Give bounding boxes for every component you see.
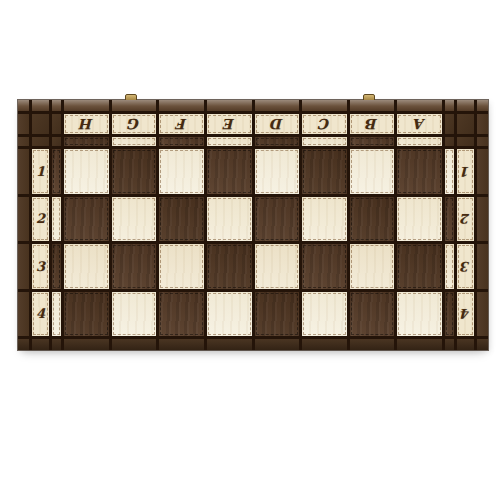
square-c2: [302, 197, 347, 242]
board-edge-cell: [477, 114, 488, 134]
file-label-d: D: [255, 114, 300, 134]
board-edge-cell: [255, 100, 300, 111]
rank-label-left-1: 1: [32, 149, 49, 194]
board-edge-cell: [477, 137, 488, 146]
coordinate-glyph: 4: [36, 307, 45, 320]
square-c1: [302, 149, 347, 194]
trim-cell: [52, 149, 61, 194]
board-edge-cell: [477, 339, 488, 350]
file-label-f: F: [159, 114, 204, 134]
board-edge-cell: [18, 339, 29, 350]
board-edge-cell: [18, 114, 29, 134]
board-edge-cell: [477, 197, 488, 242]
corner-lattice-cell: [52, 114, 61, 134]
corner-lattice-cell: [445, 114, 454, 134]
board-edge-cell: [397, 100, 442, 111]
square-g3: [112, 244, 157, 289]
photo-scene: HGFEDCBA11223344: [0, 0, 500, 500]
trim-cell: [445, 197, 454, 242]
square-f3: [159, 244, 204, 289]
board-edge-cell: [477, 292, 488, 337]
square-b3: [350, 244, 395, 289]
coordinate-glyph: 1: [461, 165, 470, 178]
square-b2: [350, 197, 395, 242]
square-c4: [302, 292, 347, 337]
square-b1: [350, 149, 395, 194]
trim-cell: [52, 244, 61, 289]
corner-lattice-cell: [457, 137, 474, 146]
square-a1: [397, 149, 442, 194]
trim-cell: [350, 137, 395, 146]
board-edge-cell: [18, 137, 29, 146]
file-label-a: A: [397, 114, 442, 134]
rank-label-right-4: 4: [457, 292, 474, 337]
trim-cell: [302, 137, 347, 146]
rank-label-right-1: 1: [457, 149, 474, 194]
square-d1: [255, 149, 300, 194]
coordinate-glyph: A: [414, 117, 425, 131]
board-edge-cell: [112, 100, 157, 111]
trim-cell: [397, 137, 442, 146]
board-edge-cell: [52, 339, 61, 350]
rank-label-left-2: 2: [32, 197, 49, 242]
square-a4: [397, 292, 442, 337]
corner-lattice-cell: [52, 137, 61, 146]
corner-lattice-cell: [457, 114, 474, 134]
corner-lattice-cell: [32, 137, 49, 146]
file-label-h: H: [64, 114, 109, 134]
square-e4: [207, 292, 252, 337]
board-edge-cell: [207, 100, 252, 111]
coordinate-glyph: 3: [461, 260, 470, 273]
coordinate-glyph: 2: [461, 212, 470, 225]
coordinate-glyph: 1: [36, 165, 45, 178]
square-h3: [64, 244, 109, 289]
square-a2: [397, 197, 442, 242]
board-edge-cell: [255, 339, 300, 350]
board-edge-cell: [159, 339, 204, 350]
file-label-g: G: [112, 114, 157, 134]
coordinate-glyph: 4: [461, 307, 470, 320]
coordinate-glyph: B: [366, 117, 378, 131]
board-edge-cell: [302, 100, 347, 111]
corner-lattice-cell: [445, 137, 454, 146]
square-f1: [159, 149, 204, 194]
trim-cell: [159, 137, 204, 146]
square-e3: [207, 244, 252, 289]
rank-label-right-3: 3: [457, 244, 474, 289]
trim-cell: [255, 137, 300, 146]
board-edge-cell: [18, 100, 29, 111]
board-edge-cell: [445, 100, 454, 111]
square-h4: [64, 292, 109, 337]
square-g1: [112, 149, 157, 194]
rank-label-left-3: 3: [32, 244, 49, 289]
square-e2: [207, 197, 252, 242]
board-edge-cell: [159, 100, 204, 111]
file-label-c: C: [302, 114, 347, 134]
board-edge-cell: [445, 339, 454, 350]
chess-box: HGFEDCBA11223344: [18, 100, 488, 350]
board-edge-cell: [18, 292, 29, 337]
coordinate-glyph: H: [80, 117, 93, 131]
square-a3: [397, 244, 442, 289]
board-edge-cell: [32, 339, 49, 350]
square-h2: [64, 197, 109, 242]
coordinate-glyph: G: [128, 117, 140, 131]
board-edge-cell: [52, 100, 61, 111]
square-e1: [207, 149, 252, 194]
board-edge-cell: [477, 244, 488, 289]
corner-lattice-cell: [32, 114, 49, 134]
coordinate-glyph: C: [319, 117, 330, 131]
trim-cell: [52, 197, 61, 242]
square-d4: [255, 292, 300, 337]
board-edge-cell: [207, 339, 252, 350]
square-f4: [159, 292, 204, 337]
square-b4: [350, 292, 395, 337]
trim-cell: [445, 149, 454, 194]
board-edge-cell: [112, 339, 157, 350]
board-edge-cell: [477, 100, 488, 111]
board-edge-cell: [64, 339, 109, 350]
coordinate-glyph: F: [177, 117, 187, 131]
coordinate-glyph: E: [224, 117, 235, 131]
square-c3: [302, 244, 347, 289]
trim-cell: [207, 137, 252, 146]
trim-cell: [112, 137, 157, 146]
board-edge-cell: [457, 100, 474, 111]
coordinate-glyph: 3: [36, 260, 45, 273]
square-g4: [112, 292, 157, 337]
coordinate-glyph: D: [271, 117, 283, 131]
board-edge-cell: [350, 339, 395, 350]
square-h1: [64, 149, 109, 194]
trim-cell: [52, 292, 61, 337]
board-edge-cell: [18, 197, 29, 242]
rank-label-left-4: 4: [32, 292, 49, 337]
file-label-e: E: [207, 114, 252, 134]
square-d3: [255, 244, 300, 289]
board-edge-cell: [32, 100, 49, 111]
board-edge-cell: [477, 149, 488, 194]
board-edge-cell: [397, 339, 442, 350]
board-edge-cell: [350, 100, 395, 111]
coordinate-glyph: 2: [36, 212, 45, 225]
board-edge-cell: [18, 244, 29, 289]
board-edge-cell: [302, 339, 347, 350]
square-d2: [255, 197, 300, 242]
trim-cell: [445, 244, 454, 289]
trim-cell: [64, 137, 109, 146]
trim-cell: [445, 292, 454, 337]
square-g2: [112, 197, 157, 242]
rank-label-right-2: 2: [457, 197, 474, 242]
board-edge-cell: [18, 149, 29, 194]
square-f2: [159, 197, 204, 242]
chess-board: HGFEDCBA11223344: [18, 100, 488, 350]
board-edge-cell: [64, 100, 109, 111]
board-edge-cell: [457, 339, 474, 350]
file-label-b: B: [350, 114, 395, 134]
